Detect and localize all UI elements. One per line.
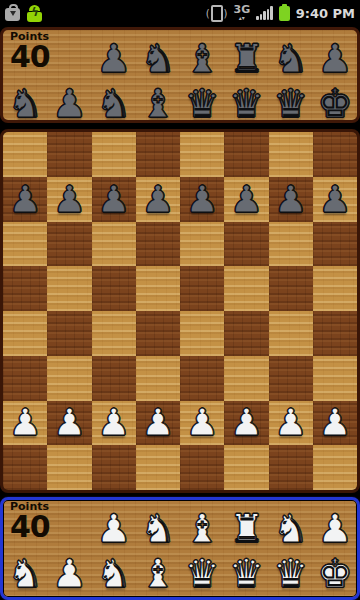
black-queen[interactable]: ♛ xyxy=(229,84,264,123)
tray-slot[interactable]: ♛ xyxy=(224,545,268,590)
board-square[interactable] xyxy=(269,445,313,490)
white-queen[interactable]: ♛ xyxy=(185,554,220,593)
white-bishop[interactable]: ♝ xyxy=(185,509,220,548)
black-knight[interactable]: ♞ xyxy=(273,39,308,78)
tray-slot[interactable]: ♞ xyxy=(269,30,313,75)
tray-slot[interactable]: ♝ xyxy=(180,500,224,545)
board-square[interactable]: ♟ xyxy=(224,401,268,446)
white-piece-tray: Points 40 ♟♞♝♜♞♟ ♞♟♞♝♛♛♛♚ xyxy=(0,497,360,600)
tray-slot[interactable]: ♛ xyxy=(269,545,313,590)
tray-slot[interactable]: ♟ xyxy=(313,500,357,545)
board-square[interactable] xyxy=(180,266,224,311)
board-square[interactable]: ♟ xyxy=(180,401,224,446)
board-square[interactable] xyxy=(47,356,91,401)
white-pawn[interactable]: ♟ xyxy=(317,509,352,548)
tray-slot[interactable]: ♟ xyxy=(92,30,136,75)
tray-slot[interactable]: ♞ xyxy=(136,500,180,545)
tray-slot[interactable]: ♞ xyxy=(136,30,180,75)
board-square[interactable]: ♟ xyxy=(224,177,268,222)
black-pawn[interactable]: ♟ xyxy=(97,181,130,218)
tray-slot[interactable]: ♝ xyxy=(136,545,180,590)
board-square[interactable]: ♟ xyxy=(313,177,357,222)
black-knight[interactable]: ♞ xyxy=(8,84,43,123)
white-pawn[interactable]: ♟ xyxy=(52,554,87,593)
tray-slot[interactable]: ♟ xyxy=(313,30,357,75)
board-square[interactable] xyxy=(180,445,224,490)
white-bishop[interactable]: ♝ xyxy=(140,554,175,593)
board-square[interactable] xyxy=(224,266,268,311)
board-square[interactable] xyxy=(92,132,136,177)
board-square[interactable] xyxy=(3,132,47,177)
board-square[interactable]: ♟ xyxy=(92,177,136,222)
board-square[interactable]: ♟ xyxy=(3,401,47,446)
black-king[interactable]: ♚ xyxy=(317,84,352,123)
tray-slot[interactable]: ♞ xyxy=(92,75,136,120)
board-square[interactable] xyxy=(136,132,180,177)
white-queen[interactable]: ♛ xyxy=(229,554,264,593)
board-square[interactable] xyxy=(47,132,91,177)
white-points-panel: Points 40 xyxy=(10,501,50,542)
white-knight[interactable]: ♞ xyxy=(8,554,43,593)
white-knight[interactable]: ♞ xyxy=(140,509,175,548)
board-square[interactable] xyxy=(3,222,47,267)
white-pawn[interactable]: ♟ xyxy=(96,509,131,548)
board-square[interactable] xyxy=(3,356,47,401)
board-square[interactable] xyxy=(313,311,357,356)
board-square[interactable] xyxy=(224,311,268,356)
tray-slot xyxy=(47,500,91,545)
board-square[interactable]: ♟ xyxy=(269,177,313,222)
board-square[interactable] xyxy=(136,311,180,356)
board-square[interactable] xyxy=(136,222,180,267)
white-pawn[interactable]: ♟ xyxy=(186,404,219,441)
board-square[interactable] xyxy=(224,132,268,177)
board-square[interactable] xyxy=(180,356,224,401)
network-3g-icon: 3G ▴▾ xyxy=(233,5,250,20)
black-piece-tray: Points 40 ♟♞♝♜♞♟ ♞♟♞♝♛♛♛♚ xyxy=(0,27,360,123)
black-bishop[interactable]: ♝ xyxy=(185,39,220,78)
black-bishop[interactable]: ♝ xyxy=(140,84,175,123)
board-square[interactable] xyxy=(269,356,313,401)
board-square[interactable] xyxy=(269,132,313,177)
board-square[interactable] xyxy=(47,222,91,267)
board-square[interactable] xyxy=(313,445,357,490)
tray-slot[interactable]: ♝ xyxy=(136,75,180,120)
board-square[interactable]: ♟ xyxy=(269,401,313,446)
tray-slot xyxy=(47,30,91,75)
tray-slot[interactable]: ♜ xyxy=(224,500,268,545)
board-square[interactable] xyxy=(180,311,224,356)
board-square[interactable] xyxy=(47,445,91,490)
tray-slot[interactable]: ♛ xyxy=(224,75,268,120)
board-square[interactable] xyxy=(269,222,313,267)
white-knight[interactable]: ♞ xyxy=(96,554,131,593)
board-square[interactable] xyxy=(269,311,313,356)
board-square[interactable]: ♟ xyxy=(313,401,357,446)
battery-icon xyxy=(279,6,290,21)
tray-slot[interactable]: ♚ xyxy=(313,545,357,590)
black-pawn[interactable]: ♟ xyxy=(230,181,263,218)
black-points-panel: Points 40 xyxy=(10,31,50,72)
black-pawn[interactable]: ♟ xyxy=(96,39,131,78)
board-square[interactable]: ♟ xyxy=(136,401,180,446)
tray-slot[interactable]: ♟ xyxy=(92,500,136,545)
white-pawn[interactable]: ♟ xyxy=(97,404,130,441)
board-square[interactable]: ♟ xyxy=(180,177,224,222)
board-square[interactable] xyxy=(180,222,224,267)
black-rook[interactable]: ♜ xyxy=(229,39,264,78)
board-square[interactable] xyxy=(224,356,268,401)
signal-bars-icon xyxy=(256,6,273,20)
black-pawn[interactable]: ♟ xyxy=(53,181,86,218)
black-knight[interactable]: ♞ xyxy=(140,39,175,78)
white-pawn[interactable]: ♟ xyxy=(9,404,42,441)
board-square[interactable]: ♟ xyxy=(92,401,136,446)
white-rook[interactable]: ♜ xyxy=(229,509,264,548)
black-knight[interactable]: ♞ xyxy=(96,84,131,123)
tray-slot[interactable]: ♜ xyxy=(224,30,268,75)
white-pawn[interactable]: ♟ xyxy=(141,404,174,441)
board-square[interactable] xyxy=(92,311,136,356)
board-square[interactable]: ♟ xyxy=(47,401,91,446)
board-square[interactable] xyxy=(313,132,357,177)
android-robot-icon xyxy=(27,12,42,22)
board-square[interactable] xyxy=(92,445,136,490)
board-square[interactable]: ♟ xyxy=(136,177,180,222)
download-icon xyxy=(5,8,20,21)
white-queen[interactable]: ♛ xyxy=(273,554,308,593)
board-square[interactable] xyxy=(92,356,136,401)
board-square[interactable]: ♟ xyxy=(47,177,91,222)
tray-slot[interactable]: ♞ xyxy=(3,545,47,590)
white-king[interactable]: ♚ xyxy=(317,554,352,593)
black-queen[interactable]: ♛ xyxy=(185,84,220,123)
board-square[interactable] xyxy=(47,266,91,311)
tray-slot[interactable]: ♞ xyxy=(269,500,313,545)
board-square[interactable] xyxy=(313,356,357,401)
board-square[interactable] xyxy=(47,311,91,356)
board-square[interactable] xyxy=(136,445,180,490)
tray-slot[interactable]: ♞ xyxy=(3,75,47,120)
tray-slot[interactable]: ♛ xyxy=(269,75,313,120)
board-square[interactable] xyxy=(92,222,136,267)
black-pawn[interactable]: ♟ xyxy=(52,84,87,123)
tray-slot[interactable]: ♟ xyxy=(47,545,91,590)
black-pawn[interactable]: ♟ xyxy=(274,181,307,218)
board-square[interactable] xyxy=(3,445,47,490)
black-pawn[interactable]: ♟ xyxy=(318,181,351,218)
black-pawn[interactable]: ♟ xyxy=(9,181,42,218)
board-square[interactable] xyxy=(180,132,224,177)
tray-slot[interactable]: ♛ xyxy=(180,545,224,590)
white-pawn[interactable]: ♟ xyxy=(274,404,307,441)
white-knight[interactable]: ♞ xyxy=(273,509,308,548)
board-square[interactable] xyxy=(136,356,180,401)
black-pawn[interactable]: ♟ xyxy=(317,39,352,78)
board-square[interactable] xyxy=(224,445,268,490)
black-queen[interactable]: ♛ xyxy=(273,84,308,123)
white-pawn[interactable]: ♟ xyxy=(318,404,351,441)
board-square[interactable] xyxy=(3,311,47,356)
board-square[interactable] xyxy=(313,222,357,267)
points-value: 40 xyxy=(10,512,50,542)
status-clock: 9:40 PM xyxy=(296,6,355,21)
board-square[interactable] xyxy=(136,266,180,311)
tray-slot[interactable]: ♟ xyxy=(47,75,91,120)
status-bar: () 3G ▴▾ 9:40 PM xyxy=(0,0,360,26)
black-pawn[interactable]: ♟ xyxy=(186,181,219,218)
board-square[interactable] xyxy=(92,266,136,311)
board-square[interactable] xyxy=(3,266,47,311)
vibrate-icon: () xyxy=(206,5,228,22)
board-square[interactable] xyxy=(224,222,268,267)
board-square[interactable] xyxy=(269,266,313,311)
white-pawn[interactable]: ♟ xyxy=(230,404,263,441)
tray-slot[interactable]: ♚ xyxy=(313,75,357,120)
white-pawn[interactable]: ♟ xyxy=(53,404,86,441)
tray-slot[interactable]: ♞ xyxy=(92,545,136,590)
chess-board: ♟♟♟♟♟♟♟♟♟♟♟♟♟♟♟♟ xyxy=(0,129,360,493)
tray-slot[interactable]: ♝ xyxy=(180,30,224,75)
board-square[interactable] xyxy=(313,266,357,311)
black-pawn[interactable]: ♟ xyxy=(141,181,174,218)
tray-slot[interactable]: ♛ xyxy=(180,75,224,120)
phone-screen: () 3G ▴▾ 9:40 PM Points 40 ♟♞♝♜♞♟ ♞♟♞♝♛♛… xyxy=(0,0,360,600)
points-value: 40 xyxy=(10,42,50,72)
board-square[interactable]: ♟ xyxy=(3,177,47,222)
